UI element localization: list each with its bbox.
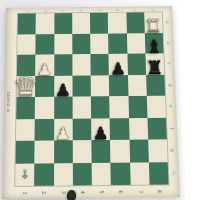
coordinate-label: 6 <box>115 9 119 11</box>
square <box>91 96 110 118</box>
coordinate-label: a <box>165 21 170 23</box>
square <box>110 140 129 163</box>
coordinate-label: 2 <box>43 10 47 12</box>
square <box>126 33 145 54</box>
square <box>149 162 169 185</box>
square <box>91 75 110 97</box>
coordinate-label: 8 <box>151 9 155 11</box>
square <box>54 13 72 34</box>
square <box>128 96 147 118</box>
square <box>35 118 54 140</box>
coordinate-label: f <box>169 127 174 129</box>
coordinate-label: c <box>167 63 172 65</box>
square <box>90 33 108 54</box>
square <box>111 162 131 185</box>
coordinate-label: 5 <box>99 190 105 193</box>
square <box>73 140 92 163</box>
square <box>91 118 110 140</box>
square <box>16 119 35 141</box>
square <box>72 75 91 97</box>
coordinate-label: 4 <box>79 190 85 193</box>
square <box>17 55 36 76</box>
square <box>54 54 72 75</box>
square <box>35 140 54 163</box>
square <box>17 34 35 55</box>
square <box>17 76 36 98</box>
coordinate-label: 1 <box>25 10 29 12</box>
square <box>148 139 168 162</box>
square <box>35 97 54 119</box>
coordinate-label: 2 <box>41 191 47 194</box>
square <box>108 13 126 34</box>
coordinate-label: 4 <box>79 10 83 12</box>
coordinate-label: g <box>170 149 175 152</box>
stray-piece-bottom-edge <box>66 189 76 200</box>
square <box>144 12 163 33</box>
coordinate-label: 7 <box>137 190 143 193</box>
coordinate-label: d <box>168 84 173 87</box>
square <box>127 75 146 97</box>
square <box>54 97 73 119</box>
coords-bottom: 12345678 <box>15 186 169 196</box>
square <box>34 163 53 186</box>
coordinate-label: h <box>171 172 176 175</box>
square <box>146 74 165 96</box>
square <box>92 162 111 185</box>
coordinate-label: 7 <box>133 9 137 11</box>
square <box>126 12 145 33</box>
square <box>36 13 54 34</box>
square <box>72 54 91 75</box>
square <box>72 13 90 34</box>
coordinate-label: 3 <box>61 10 65 12</box>
square <box>130 162 150 185</box>
square <box>90 54 109 75</box>
board <box>15 12 168 186</box>
square <box>110 118 129 140</box>
square <box>54 34 72 55</box>
square <box>129 140 149 163</box>
square <box>145 33 164 54</box>
square <box>18 13 36 34</box>
square <box>72 118 91 140</box>
square <box>129 118 148 140</box>
board-area: ♜♝♜♟♟♟♛♟♟ ♛ ❖ <box>15 12 168 186</box>
square <box>90 13 108 34</box>
coordinate-label: e <box>168 105 173 108</box>
square <box>35 54 53 75</box>
square <box>145 53 164 74</box>
coordinate-label: b <box>166 42 171 45</box>
square <box>108 33 127 54</box>
photo-scene: ♜♝♜♟♟♟♛♟♟ ♛ ❖ 12345678 12345678 abcdefgh… <box>0 0 200 200</box>
coordinate-label: 3 <box>60 190 66 193</box>
square <box>91 140 110 163</box>
square <box>35 75 54 97</box>
square <box>109 75 128 97</box>
square <box>54 118 73 140</box>
square <box>54 163 73 186</box>
corner-crown-logo: ♛ ❖ <box>15 163 34 186</box>
coordinate-label: 5 <box>97 9 101 11</box>
square <box>72 33 90 54</box>
square <box>54 75 73 97</box>
square <box>72 96 91 118</box>
square <box>147 117 167 139</box>
chess-mat: ♜♝♜♟♟♟♛♟♟ ♛ ❖ 12345678 12345678 abcdefgh… <box>2 6 180 199</box>
square <box>127 54 146 75</box>
brand-text: ♔ CHESS <box>5 70 15 135</box>
square <box>54 140 73 163</box>
square <box>147 96 166 118</box>
square <box>36 34 54 55</box>
coordinate-label: 8 <box>156 189 162 192</box>
coordinate-label: 1 <box>22 191 28 194</box>
square <box>16 97 35 119</box>
diamond-icon: ❖ <box>21 173 28 180</box>
square <box>109 54 128 75</box>
square <box>73 162 92 185</box>
coordinate-label: 6 <box>118 190 124 193</box>
square <box>109 96 128 118</box>
square <box>16 141 35 164</box>
